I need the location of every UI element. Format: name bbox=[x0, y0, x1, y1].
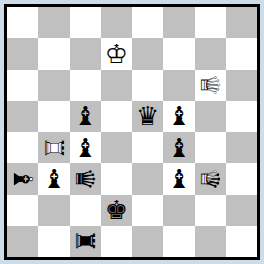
piece-black-bishop: ♝ bbox=[73, 135, 96, 161]
piece-neutral-rotated-queen: ♛♕ bbox=[197, 167, 223, 190]
square-e1[interactable] bbox=[132, 226, 163, 257]
piece-black-bishop: ♝ bbox=[167, 166, 190, 192]
piece-neutral-rotated-bishop: ♝♗ bbox=[10, 167, 36, 190]
square-f5[interactable]: ♝ bbox=[163, 101, 194, 132]
square-g8[interactable] bbox=[195, 7, 226, 38]
square-g6[interactable]: ♛♕ bbox=[195, 70, 226, 101]
piece-black-rotated-rook: ♜ bbox=[72, 230, 98, 253]
square-g3[interactable]: ♛♕ bbox=[195, 163, 226, 194]
square-h3[interactable] bbox=[226, 163, 257, 194]
square-c7[interactable] bbox=[70, 38, 101, 69]
square-a7[interactable] bbox=[7, 38, 38, 69]
square-e6[interactable] bbox=[132, 70, 163, 101]
square-d4[interactable] bbox=[101, 132, 132, 163]
square-c4[interactable]: ♝ bbox=[70, 132, 101, 163]
piece-black-rotated-queen: ♛ bbox=[72, 167, 98, 190]
square-c6[interactable] bbox=[70, 70, 101, 101]
piece-white-rotated-rook: ♜♖ bbox=[41, 136, 67, 159]
square-c3[interactable]: ♛ bbox=[70, 163, 101, 194]
square-d5[interactable] bbox=[101, 101, 132, 132]
square-d8[interactable] bbox=[101, 7, 132, 38]
square-d7[interactable]: ♚♔ bbox=[101, 38, 132, 69]
square-e4[interactable] bbox=[132, 132, 163, 163]
square-e3[interactable] bbox=[132, 163, 163, 194]
square-h8[interactable] bbox=[226, 7, 257, 38]
square-b6[interactable] bbox=[38, 70, 69, 101]
square-a1[interactable] bbox=[7, 226, 38, 257]
square-e2[interactable] bbox=[132, 195, 163, 226]
piece-black-bishop: ♝ bbox=[42, 166, 65, 192]
square-d3[interactable] bbox=[101, 163, 132, 194]
square-f6[interactable] bbox=[163, 70, 194, 101]
piece-black-bishop: ♝ bbox=[167, 135, 190, 161]
square-e7[interactable] bbox=[132, 38, 163, 69]
square-d2[interactable]: ♚ bbox=[101, 195, 132, 226]
square-c1[interactable]: ♜ bbox=[70, 226, 101, 257]
square-f4[interactable]: ♝ bbox=[163, 132, 194, 163]
square-f1[interactable] bbox=[163, 226, 194, 257]
piece-white-king: ♚♔ bbox=[105, 41, 128, 67]
square-b7[interactable] bbox=[38, 38, 69, 69]
square-h2[interactable] bbox=[226, 195, 257, 226]
square-b2[interactable] bbox=[38, 195, 69, 226]
piece-black-bishop: ♝ bbox=[167, 103, 190, 129]
square-h1[interactable] bbox=[226, 226, 257, 257]
square-h4[interactable] bbox=[226, 132, 257, 163]
square-g5[interactable] bbox=[195, 101, 226, 132]
square-c5[interactable]: ♝ bbox=[70, 101, 101, 132]
square-b5[interactable] bbox=[38, 101, 69, 132]
square-a8[interactable] bbox=[7, 7, 38, 38]
square-g7[interactable] bbox=[195, 38, 226, 69]
square-g4[interactable] bbox=[195, 132, 226, 163]
square-h6[interactable] bbox=[226, 70, 257, 101]
square-a3[interactable]: ♝♗ bbox=[7, 163, 38, 194]
piece-black-king: ♚ bbox=[105, 197, 128, 223]
square-a5[interactable] bbox=[7, 101, 38, 132]
square-f8[interactable] bbox=[163, 7, 194, 38]
square-g2[interactable] bbox=[195, 195, 226, 226]
square-h7[interactable] bbox=[226, 38, 257, 69]
square-h5[interactable] bbox=[226, 101, 257, 132]
square-c2[interactable] bbox=[70, 195, 101, 226]
square-f3[interactable]: ♝ bbox=[163, 163, 194, 194]
square-a6[interactable] bbox=[7, 70, 38, 101]
square-b3[interactable]: ♝ bbox=[38, 163, 69, 194]
chess-board: ♚♔♛♕♝♛♝♜♖♝♝♝♗♝♛♝♛♕♚♜ bbox=[7, 7, 257, 257]
square-e5[interactable]: ♛ bbox=[132, 101, 163, 132]
square-b1[interactable] bbox=[38, 226, 69, 257]
piece-black-queen: ♛ bbox=[136, 103, 159, 129]
square-b4[interactable]: ♜♖ bbox=[38, 132, 69, 163]
square-d1[interactable] bbox=[101, 226, 132, 257]
square-d6[interactable] bbox=[101, 70, 132, 101]
square-g1[interactable] bbox=[195, 226, 226, 257]
square-a4[interactable] bbox=[7, 132, 38, 163]
square-c8[interactable] bbox=[70, 7, 101, 38]
square-f7[interactable] bbox=[163, 38, 194, 69]
square-b8[interactable] bbox=[38, 7, 69, 38]
square-e8[interactable] bbox=[132, 7, 163, 38]
piece-white-rotated-queen: ♛♕ bbox=[197, 73, 223, 96]
board-frame: ♚♔♛♕♝♛♝♜♖♝♝♝♗♝♛♝♛♕♚♜ bbox=[4, 4, 260, 260]
piece-black-bishop: ♝ bbox=[73, 103, 96, 129]
square-a2[interactable] bbox=[7, 195, 38, 226]
square-f2[interactable] bbox=[163, 195, 194, 226]
